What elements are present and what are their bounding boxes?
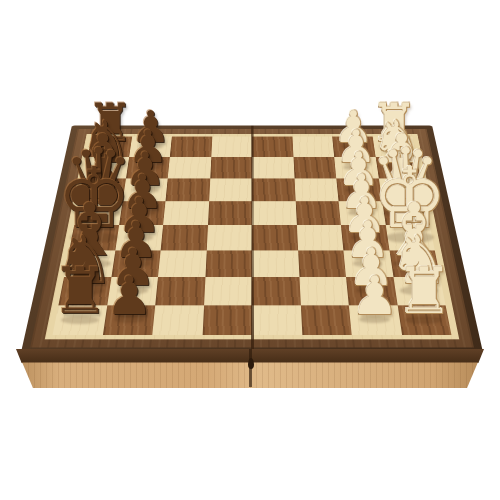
- square: [397, 305, 451, 335]
- square: [129, 137, 172, 157]
- square: [102, 305, 155, 335]
- chess-board: [21, 126, 483, 353]
- square: [299, 277, 349, 305]
- square: [74, 201, 122, 225]
- square: [298, 250, 346, 277]
- square: [122, 178, 167, 201]
- square: [211, 137, 252, 157]
- square: [79, 178, 126, 201]
- square: [252, 201, 296, 225]
- square: [161, 225, 208, 250]
- square: [296, 225, 343, 250]
- square: [206, 225, 252, 250]
- square: [204, 277, 252, 305]
- square: [252, 137, 293, 157]
- square: [58, 277, 111, 305]
- square: [300, 305, 351, 335]
- square: [292, 137, 334, 157]
- square: [152, 305, 203, 335]
- square: [293, 157, 336, 179]
- square: [295, 201, 341, 225]
- square: [202, 305, 252, 335]
- square: [83, 157, 128, 179]
- square: [163, 201, 209, 225]
- fold-seam: [250, 126, 253, 353]
- square: [294, 178, 338, 201]
- square: [393, 277, 446, 305]
- chess-scene: ♜♟♟♜♞♟♟♞♝♟♟♝♛♟♟♛♚♟♟♚♝♟♟♝♞♟♟♞♜♟♟♜: [0, 0, 500, 500]
- square: [170, 137, 212, 157]
- square: [341, 225, 389, 250]
- square: [115, 225, 163, 250]
- square: [69, 225, 118, 250]
- square: [252, 178, 295, 201]
- square: [375, 157, 420, 179]
- square: [372, 137, 416, 157]
- square: [252, 225, 298, 250]
- square: [389, 250, 440, 277]
- square: [378, 178, 425, 201]
- square: [339, 201, 386, 225]
- square: [168, 157, 211, 179]
- square: [53, 305, 107, 335]
- square: [64, 250, 115, 277]
- square: [252, 157, 294, 179]
- square: [252, 277, 300, 305]
- square: [111, 250, 161, 277]
- square: [336, 178, 381, 201]
- square: [158, 250, 206, 277]
- square: [107, 277, 158, 305]
- square: [88, 137, 132, 157]
- square: [208, 201, 252, 225]
- square: [382, 201, 430, 225]
- square: [210, 157, 252, 179]
- square: [349, 305, 402, 335]
- square: [119, 201, 166, 225]
- square: [209, 178, 252, 201]
- square: [165, 178, 209, 201]
- square: [334, 157, 378, 179]
- square: [385, 225, 434, 250]
- square: [126, 157, 170, 179]
- square: [346, 277, 397, 305]
- square: [252, 305, 302, 335]
- latch-notch: [248, 358, 254, 369]
- square: [205, 250, 252, 277]
- square: [332, 137, 375, 157]
- square: [155, 277, 205, 305]
- square: [252, 250, 299, 277]
- square: [343, 250, 393, 277]
